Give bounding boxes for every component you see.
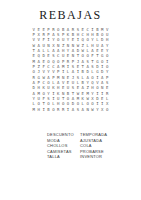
word-grid: VEEPROBARSECIBMVPXRPASPKBHCHHBOUVVFIYOUY…	[0, 27, 141, 113]
puzzle-page: REBAJAS VEEPROBARSECIBMVPXRPASPKBHCHHBOU…	[0, 0, 141, 200]
word-list-right: TEMPORADAAJUSTADACOLAPROBARSEINVENTOR	[80, 132, 114, 160]
word-item: TALLA	[47, 154, 80, 160]
word-list-left: DESCUENTOMODACHOLLOSCAMISETASTALLA	[47, 132, 80, 160]
word-item: INVENTOR	[80, 154, 114, 160]
word-list: DESCUENTOMODACHOLLOSCAMISETASTALLA TEMPO…	[47, 132, 114, 160]
puzzle-title: REBAJAS	[0, 8, 141, 23]
grid-cell[interactable]: O	[105, 107, 110, 112]
